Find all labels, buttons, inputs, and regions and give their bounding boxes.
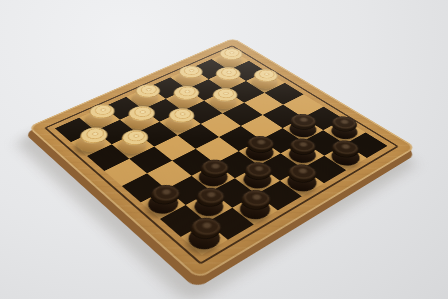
board-frame (28, 38, 417, 280)
photo-backdrop (0, 0, 448, 299)
checkers-board (28, 38, 417, 280)
